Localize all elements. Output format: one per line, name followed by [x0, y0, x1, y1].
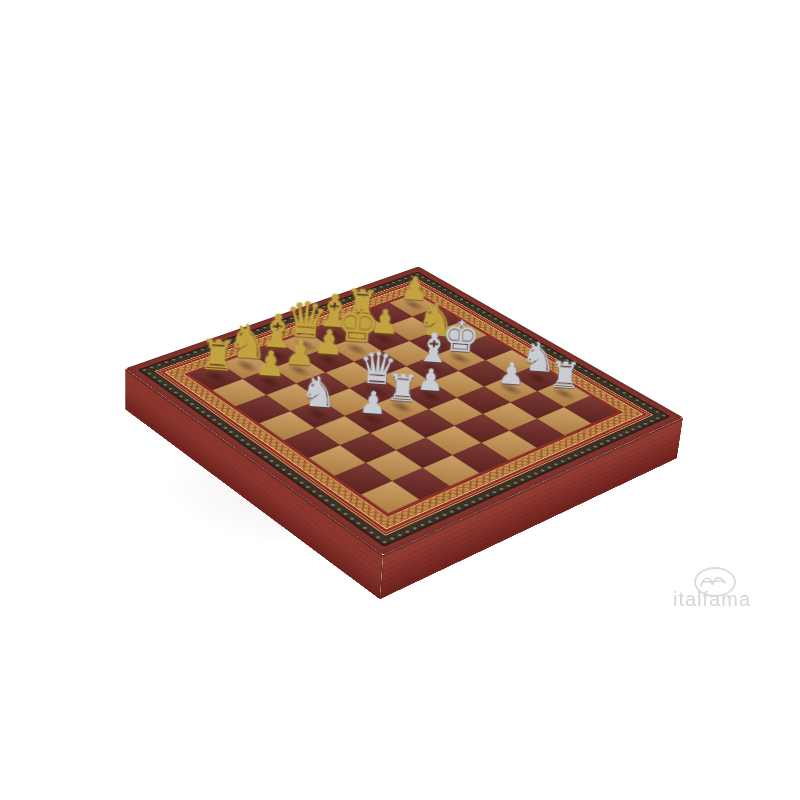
- piece-silver-pawn: ♟: [349, 386, 398, 420]
- piece-silver-pawn: ♟: [488, 358, 535, 391]
- chess-board-box: ♟♞♜♞♚♟♜♟♝♝♚♟♛♟♛♜♝♟♟♞♟♞♜: [125, 267, 683, 555]
- piece-gold-rook: ♜: [190, 334, 245, 379]
- perspective-scene: ♟♞♜♞♚♟♜♟♝♝♚♟♛♟♛♜♝♟♟♞♟♞♜: [0, 0, 800, 800]
- piece-silver-knight: ♞: [294, 370, 344, 415]
- product-photo: ♟♞♜♞♚♟♜♟♝♝♚♟♛♟♛♜♝♟♟♞♟♞♜ italfama: [0, 0, 800, 800]
- camera-roll-wrapper: ♟♞♜♞♚♟♜♟♝♝♚♟♛♟♛♜♝♟♟♞♟♞♜: [0, 0, 800, 800]
- piece-gold-pawn: ♟: [243, 345, 298, 383]
- watermark-text: italfama: [650, 588, 774, 611]
- piece-silver-rook: ♜: [541, 356, 589, 395]
